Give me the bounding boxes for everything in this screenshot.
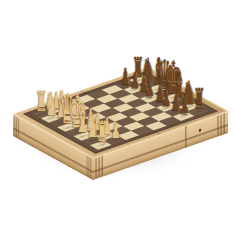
corner-kerf (14, 116, 15, 136)
fold-seam-groove (185, 126, 186, 148)
chess-set-photo: ♜♞♝♛♚♝♞♜♟♟♟♟♟♟♟♟♟♟♟♟♟♟♟♟♜♞♝♛♚♝♞♜ (0, 0, 235, 235)
white-pawn-glyph: ♟ (111, 119, 120, 141)
black-pawn-glyph: ♟ (161, 87, 170, 109)
black-rook-glyph: ♜ (193, 85, 205, 113)
corner-kerf (95, 158, 96, 178)
corner-kerf (18, 118, 19, 138)
black-pawn-glyph: ♟ (120, 65, 129, 87)
black-pawn-glyph: ♟ (145, 78, 154, 100)
black-pawn-glyph: ♟ (180, 95, 189, 117)
corner-kerf (223, 113, 224, 133)
corner-kerf (98, 157, 99, 177)
corner-kerf (90, 158, 91, 178)
corner-kerf (87, 156, 88, 176)
corner-kerf (88, 157, 89, 177)
corner-kerf (220, 114, 221, 134)
white-rook-glyph: ♜ (97, 119, 109, 147)
latch-dot (199, 128, 201, 132)
corner-kerf (101, 156, 102, 176)
corner-kerf (16, 117, 17, 137)
corner-kerf (217, 115, 218, 135)
